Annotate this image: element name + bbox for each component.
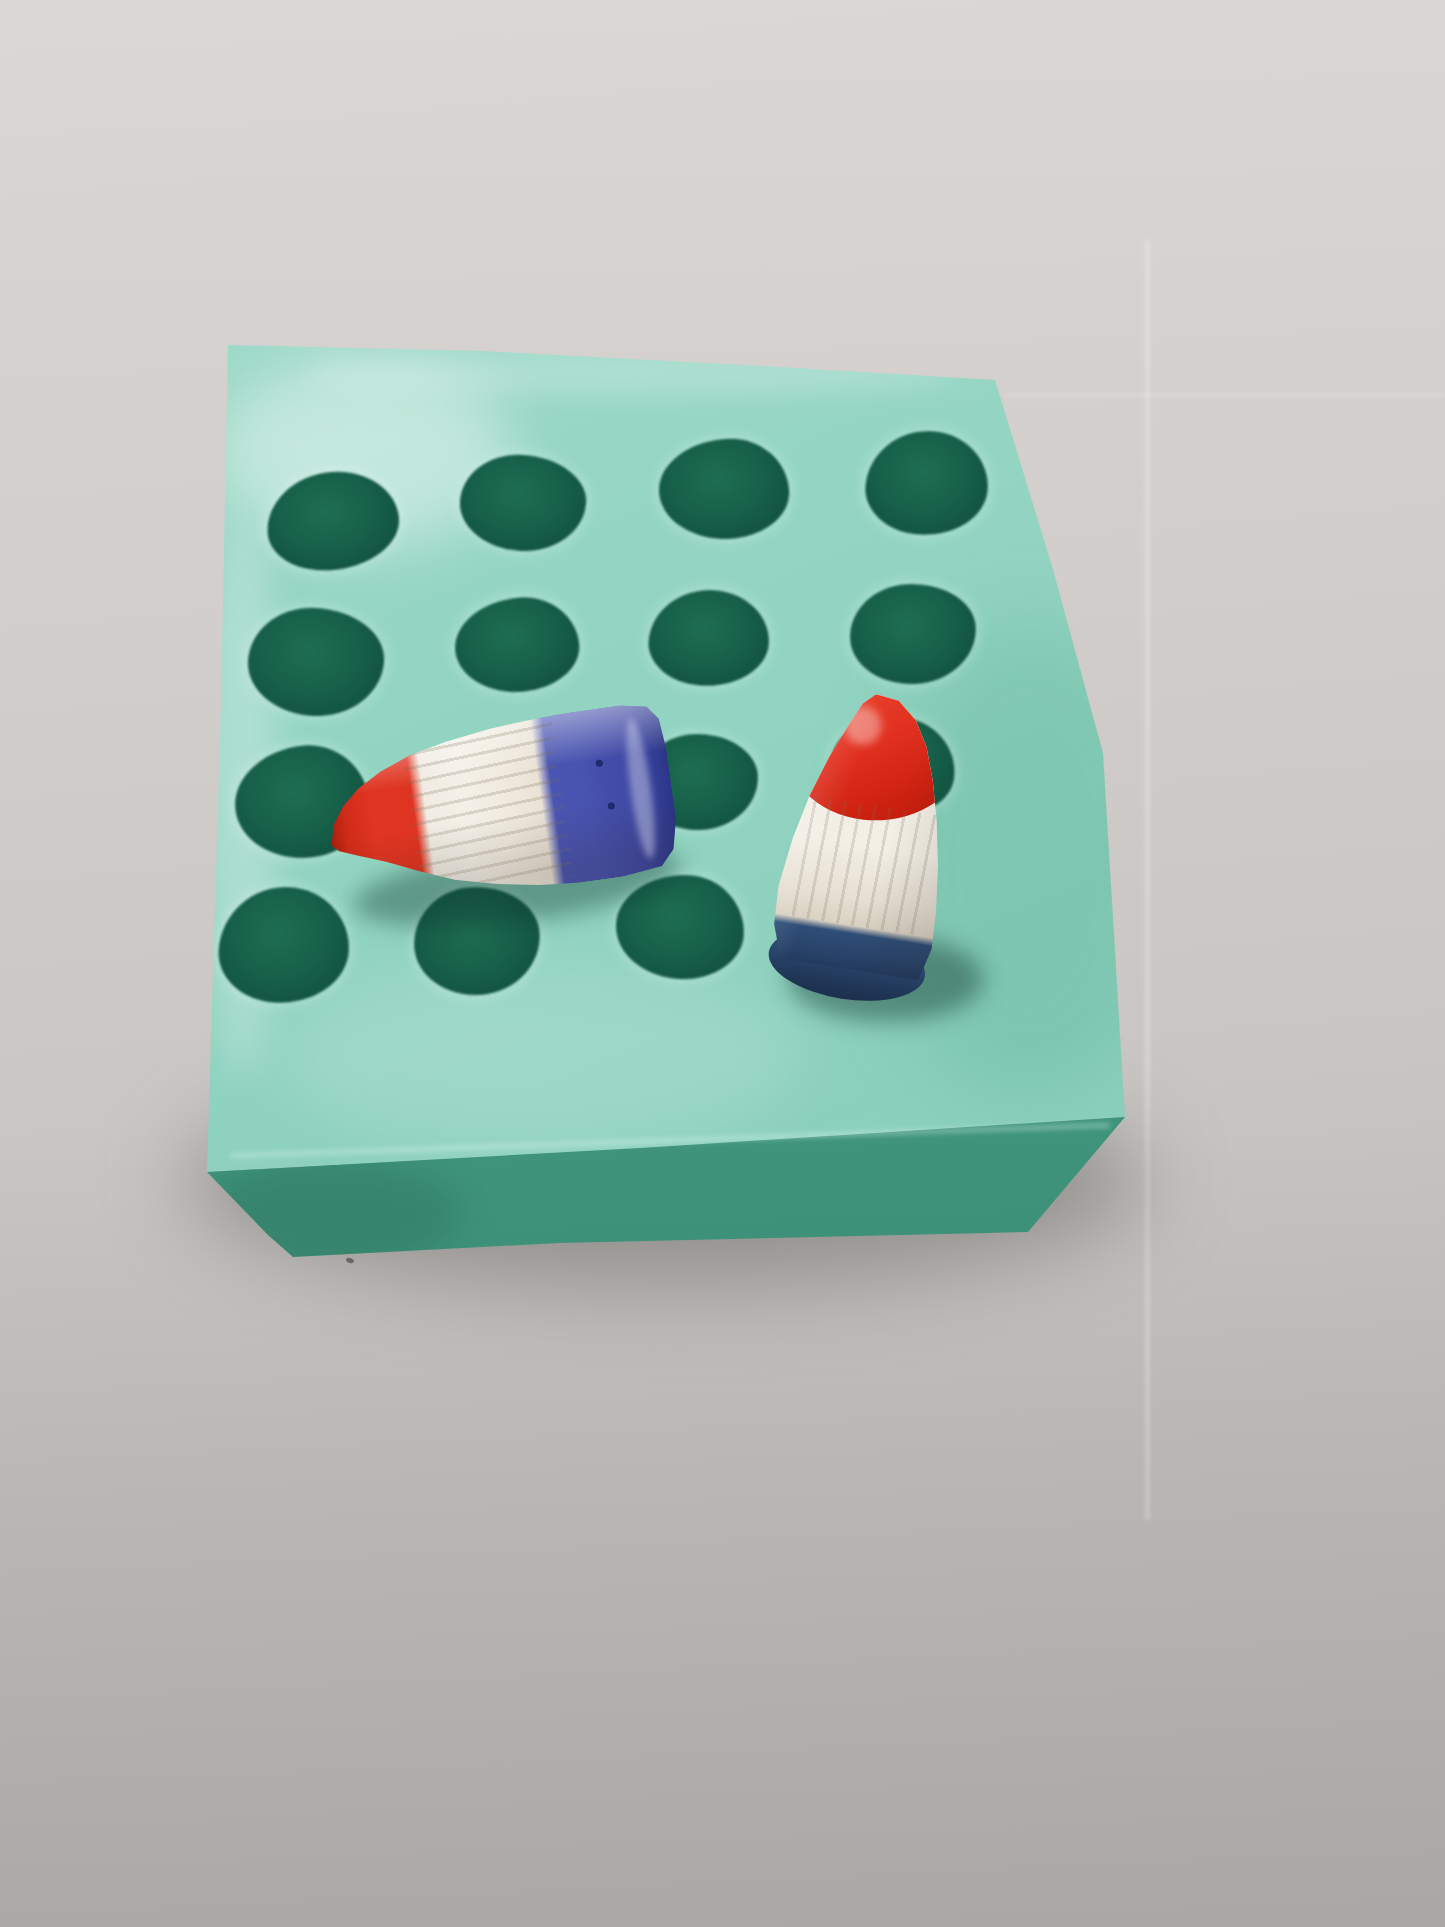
- cavity-r1c4[interactable]: [862, 426, 993, 540]
- highlight-sheen: [280, 960, 800, 1150]
- rocket-piece-horizontal[interactable]: [328, 718, 678, 898]
- mold-top-face: [0, 0, 1445, 1927]
- rocket-2-shading: [764, 683, 971, 982]
- rocket-2-body: [751, 683, 984, 1030]
- cavity-r4c2[interactable]: [410, 883, 543, 1000]
- cavity-r1c1[interactable]: [264, 468, 403, 575]
- cavity-r2c1[interactable]: [246, 606, 386, 719]
- rocket-1-body: [318, 700, 683, 916]
- cavity-r2c3[interactable]: [646, 586, 772, 690]
- rocket-1-flute-ridges: [401, 722, 573, 898]
- photo-canvas: [0, 0, 1445, 1927]
- cavity-r1c2[interactable]: [458, 452, 589, 554]
- backdrop-crease-horizontal: [1005, 394, 1445, 396]
- cavity-r2c2[interactable]: [451, 593, 583, 697]
- cavity-r4c1[interactable]: [216, 884, 352, 1007]
- backdrop-crease-vertical: [1146, 240, 1149, 1520]
- rocket-piece-upright[interactable]: [775, 695, 960, 1017]
- highlight-sheen: [300, 352, 960, 396]
- cavity-r1c3[interactable]: [657, 437, 790, 541]
- rocket-2-cone: [764, 683, 971, 982]
- cavity-r2c4[interactable]: [847, 581, 978, 687]
